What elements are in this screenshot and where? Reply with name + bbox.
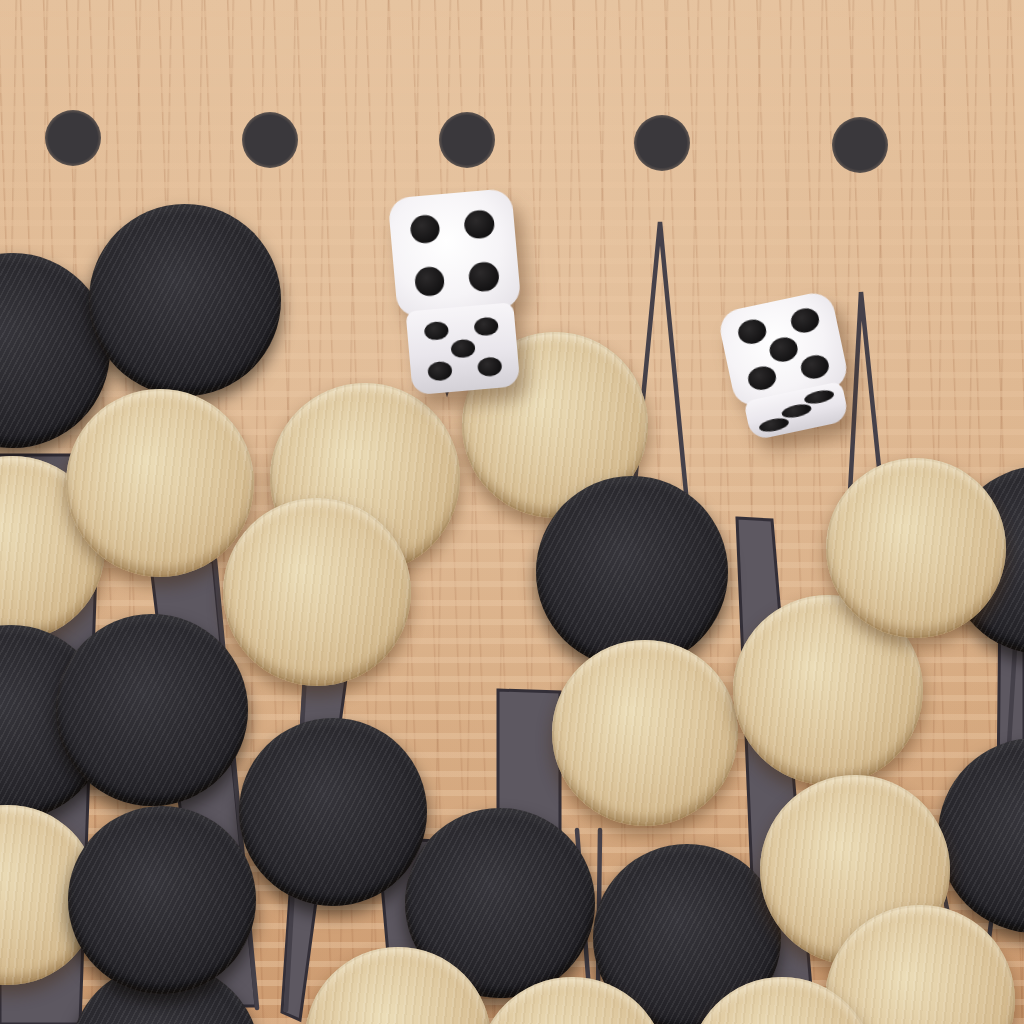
die-pip [468,261,500,292]
checker-natural[interactable] [552,640,738,826]
die-1-top-face [388,188,522,318]
bar-dot-2 [242,112,298,168]
checker-natural[interactable] [826,458,1006,638]
die-pip [803,388,835,406]
checker-black[interactable] [536,476,728,668]
checker-natural[interactable] [66,389,254,577]
die-1-front-face [406,302,521,395]
checker-natural[interactable] [223,498,411,686]
bar-dot-1 [45,110,101,166]
backgammon-scene [0,0,1024,1024]
die-pip [781,402,813,420]
die-pip [789,306,821,335]
checker-black[interactable] [89,204,281,396]
die-pip [473,316,498,336]
die-pip [736,318,768,347]
die-pip [450,339,475,359]
die-pip [427,361,452,381]
die-pip [424,321,449,341]
die-pip [758,416,790,434]
die-pip [767,335,799,364]
die-pip [798,352,830,381]
die-pip [477,356,502,376]
checker-black[interactable] [56,614,248,806]
die-pip [409,214,441,245]
checker-black[interactable] [68,806,256,994]
die-pip [414,266,446,297]
bar-dot-5 [832,117,888,173]
bar-dot-3 [439,112,495,168]
die-pip [746,364,778,393]
die-pip [463,209,495,240]
bar-dot-4 [634,115,690,171]
die-1[interactable] [388,188,529,396]
checker-black[interactable] [239,718,427,906]
